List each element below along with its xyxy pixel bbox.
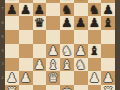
square-d2[interactable]: ♛: [46, 71, 60, 85]
chess-board-screenshot: 7654321 ♜♜♚♟♟♟♞♞♟♛♟♟♟♝♟♞♟♝♟♝♝♞♟♟♛♟♟♜♚♜: [0, 0, 120, 90]
square-a7[interactable]: ♟: [5, 3, 19, 17]
square-c5[interactable]: [33, 30, 47, 44]
piece-black-knight-g7[interactable]: ♞: [89, 2, 100, 16]
square-b5[interactable]: [19, 30, 33, 44]
piece-black-queen-c6[interactable]: ♛: [34, 16, 45, 30]
square-h5[interactable]: [101, 30, 115, 44]
square-c3[interactable]: ♟: [33, 58, 47, 72]
piece-white-rook-a1[interactable]: ♜: [6, 85, 17, 90]
board-right-frame: [115, 0, 120, 90]
square-b6[interactable]: [19, 16, 33, 30]
square-e3[interactable]: ♝: [60, 58, 74, 72]
square-h4[interactable]: [101, 44, 115, 58]
square-h6[interactable]: ♝: [101, 16, 115, 30]
piece-black-pawn-g6[interactable]: ♟: [89, 16, 100, 30]
square-h1[interactable]: ♜: [101, 85, 115, 90]
piece-black-bishop-g4[interactable]: ♝: [89, 43, 100, 57]
square-f2[interactable]: [74, 71, 88, 85]
square-f3[interactable]: ♞: [74, 58, 88, 72]
square-c6[interactable]: ♛: [33, 16, 47, 30]
square-g2[interactable]: ♟: [88, 71, 102, 85]
square-a4[interactable]: [5, 44, 19, 58]
chess-board: ♜♜♚♟♟♟♞♞♟♛♟♟♟♝♟♞♟♝♟♝♝♞♟♟♛♟♟♜♚♜: [5, 0, 115, 90]
piece-white-pawn-a2[interactable]: ♟: [6, 71, 17, 85]
piece-white-pawn-f4[interactable]: ♟: [75, 43, 86, 57]
square-d6[interactable]: [46, 16, 60, 30]
square-f1[interactable]: [74, 85, 88, 90]
piece-white-queen-d2[interactable]: ♛: [48, 71, 59, 85]
square-b2[interactable]: ♟: [19, 71, 33, 85]
square-d1[interactable]: [46, 85, 60, 90]
piece-black-bishop-h6[interactable]: ♝: [103, 16, 114, 30]
square-d7[interactable]: [46, 3, 60, 17]
piece-black-pawn-f6[interactable]: ♟: [75, 16, 86, 30]
square-b7[interactable]: ♟: [19, 3, 33, 17]
square-c1[interactable]: [33, 85, 47, 90]
piece-black-pawn-c7[interactable]: ♟: [34, 2, 45, 16]
square-a5[interactable]: [5, 30, 19, 44]
piece-white-bishop-e3[interactable]: ♝: [61, 57, 72, 71]
piece-white-pawn-h2[interactable]: ♟: [103, 71, 114, 85]
square-e1[interactable]: ♚: [60, 85, 74, 90]
piece-white-pawn-b2[interactable]: ♟: [20, 71, 31, 85]
piece-black-knight-e7[interactable]: ♞: [61, 2, 72, 16]
square-g6[interactable]: ♟: [88, 16, 102, 30]
piece-black-king-f8[interactable]: ♚: [75, 0, 86, 2]
piece-white-rook-h1[interactable]: ♜: [103, 85, 114, 90]
piece-white-knight-e4[interactable]: ♞: [61, 43, 72, 57]
piece-white-pawn-g2[interactable]: ♟: [89, 71, 100, 85]
square-b1[interactable]: [19, 85, 33, 90]
piece-black-pawn-h7[interactable]: ♟: [103, 2, 114, 16]
square-a6[interactable]: [5, 16, 19, 30]
piece-white-pawn-c3[interactable]: ♟: [34, 57, 45, 71]
square-e6[interactable]: ♟: [60, 16, 74, 30]
square-b4[interactable]: [19, 44, 33, 58]
square-g4[interactable]: ♝: [88, 44, 102, 58]
piece-black-pawn-e6[interactable]: ♟: [61, 16, 72, 30]
piece-white-king-e1[interactable]: ♚: [61, 85, 72, 90]
square-f8[interactable]: ♚: [74, 0, 88, 3]
square-f6[interactable]: ♟: [74, 16, 88, 30]
piece-black-pawn-b7[interactable]: ♟: [20, 2, 31, 16]
square-c2[interactable]: [33, 71, 47, 85]
piece-white-knight-f3[interactable]: ♞: [75, 57, 86, 71]
square-a1[interactable]: ♜: [5, 85, 19, 90]
piece-white-bishop-d3[interactable]: ♝: [48, 57, 59, 71]
piece-white-pawn-d4[interactable]: ♟: [48, 43, 59, 57]
piece-black-pawn-a7[interactable]: ♟: [6, 2, 17, 16]
square-g1[interactable]: [88, 85, 102, 90]
